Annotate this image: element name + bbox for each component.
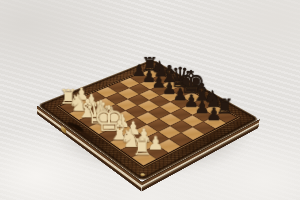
piece-black-pawn: ♟ [197,106,232,123]
brass-latch [61,125,66,134]
piece-white-rook: ♜ [123,136,161,159]
brass-stud [139,173,145,177]
photo-stage: ♜♞♝♛♚♝♞♜♟♟♟♟♟♟♟♟♟♟♟♟♟♟♟♟♜♞♝♛♚♝♞♜ [0,0,300,200]
